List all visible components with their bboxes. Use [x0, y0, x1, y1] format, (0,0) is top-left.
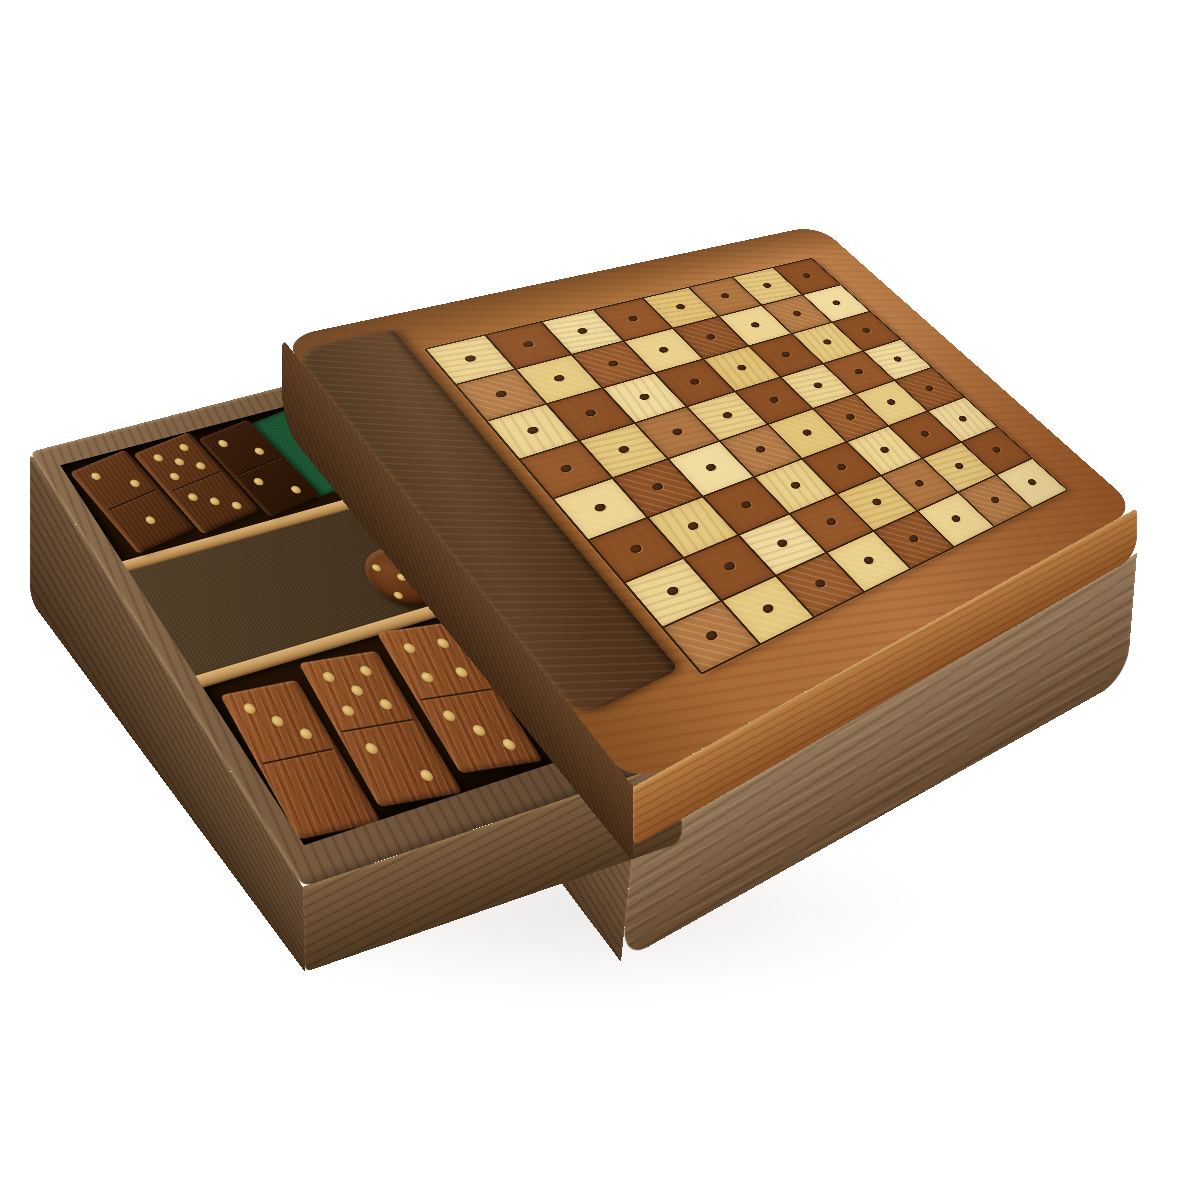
peg-hole: [637, 393, 652, 402]
brass-pip: [440, 710, 457, 722]
peg-hole: [775, 538, 791, 549]
peg-hole: [650, 482, 666, 492]
brass-pip: [90, 471, 103, 481]
brass-pip: [470, 724, 487, 736]
peg-hole: [791, 310, 804, 317]
peg-hole: [704, 463, 719, 473]
peg-hole: [821, 339, 834, 346]
brass-pip: [501, 738, 519, 751]
peg-hole: [907, 534, 921, 544]
peg-hole: [674, 304, 688, 311]
peg-hole: [989, 495, 1002, 504]
brass-pip: [242, 702, 258, 714]
peg-hole: [788, 481, 803, 491]
peg-hole: [830, 300, 842, 307]
peg-hole: [463, 355, 479, 364]
peg-hole: [606, 360, 621, 368]
brass-pip: [143, 515, 157, 525]
peg-hole: [853, 368, 866, 376]
peg-hole: [657, 346, 671, 354]
peg-hole: [760, 603, 777, 615]
peg-hole: [592, 503, 609, 514]
peg-hole: [670, 427, 685, 436]
brass-pip: [186, 492, 200, 502]
peg-hole: [924, 385, 936, 393]
brass-pip: [454, 667, 471, 679]
peg-hole: [918, 430, 931, 438]
brass-pip: [269, 715, 285, 728]
brass-pip: [208, 496, 222, 506]
peg-hole: [685, 521, 701, 532]
brass-pip: [194, 461, 207, 471]
peg-hole: [735, 364, 749, 372]
peg-hole: [722, 561, 739, 573]
brass-pip: [168, 471, 181, 481]
peg-hole: [493, 390, 509, 399]
peg-hole: [800, 429, 814, 438]
peg-hole: [688, 378, 702, 386]
peg-hole: [761, 282, 774, 289]
brass-pip: [371, 564, 383, 573]
peg-hole: [664, 585, 681, 597]
peg-hole: [885, 398, 898, 406]
brass-pip: [363, 742, 380, 755]
brass-pip: [151, 453, 164, 463]
peg-hole: [627, 543, 644, 555]
brass-pip: [128, 478, 141, 488]
peg-hole: [616, 445, 632, 455]
peg-hole: [957, 415, 970, 423]
brass-pip: [289, 485, 303, 495]
brass-pip: [392, 590, 405, 599]
peg-hole: [583, 409, 599, 418]
peg-hole: [824, 517, 839, 527]
peg-hole: [749, 321, 762, 328]
brass-pip: [358, 665, 374, 677]
peg-hole: [844, 413, 857, 421]
brass-pip: [216, 439, 229, 448]
brass-pip: [401, 642, 417, 653]
brass-pip: [177, 443, 190, 452]
peg-hole: [861, 555, 876, 566]
brass-pip: [349, 685, 365, 697]
peg-hole: [860, 327, 872, 334]
peg-hole: [892, 356, 904, 363]
peg-hole: [754, 445, 769, 454]
peg-hole: [1026, 478, 1039, 487]
brass-pip: [173, 457, 186, 467]
peg-hole: [953, 462, 966, 471]
peg-hole: [878, 446, 892, 455]
brass-pip: [435, 637, 451, 648]
peg-hole: [626, 315, 640, 323]
peg-hole: [835, 463, 849, 472]
product-photo-scene: [0, 0, 1200, 1200]
peg-hole: [949, 514, 963, 524]
brass-pip: [251, 477, 265, 487]
peg-hole: [991, 446, 1004, 454]
peg-hole: [811, 382, 824, 390]
peg-hole: [551, 374, 567, 383]
peg-hole: [525, 426, 542, 436]
peg-hole: [870, 498, 884, 508]
brass-pip: [378, 698, 395, 710]
peg-hole: [767, 396, 781, 404]
peg-hole: [739, 500, 755, 510]
peg-hole: [913, 479, 927, 488]
peg-hole: [521, 341, 536, 349]
peg-hole: [780, 351, 793, 359]
brass-pip: [298, 728, 315, 741]
peg-hole: [719, 293, 732, 300]
brass-pip: [418, 769, 436, 782]
brass-pip: [321, 672, 337, 684]
peg-hole: [703, 629, 721, 642]
peg-hole: [704, 333, 718, 341]
brass-pip: [253, 447, 266, 457]
peg-hole: [575, 327, 590, 335]
peg-hole: [812, 578, 828, 589]
peg-hole: [801, 273, 813, 279]
brass-pip: [419, 672, 436, 684]
peg-hole: [558, 464, 575, 474]
peg-hole: [720, 411, 735, 420]
brass-pip: [339, 704, 356, 716]
brass-pip: [230, 500, 244, 510]
